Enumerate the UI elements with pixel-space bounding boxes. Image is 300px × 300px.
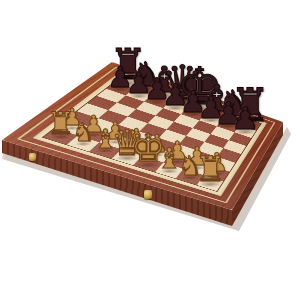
chess-set-photo[interactable]: ♜♞♝♛♚♝♞♜♟♟♟♟♟♟♟♟♟♟♟♟♟♟♟♟♜♞♝♛♚♝♞♜ (0, 0, 300, 300)
piece-white-knight: ♞ (72, 121, 94, 146)
piece-white-rook: ♜ (195, 152, 226, 187)
piece-black-pawn: ♟ (231, 103, 259, 134)
piece-white-rook: ♜ (47, 108, 75, 139)
pieces-layer: ♜♞♝♛♚♝♞♜♟♟♟♟♟♟♟♟♟♟♟♟♟♟♟♟♜♞♝♛♚♝♞♜ (0, 0, 300, 300)
